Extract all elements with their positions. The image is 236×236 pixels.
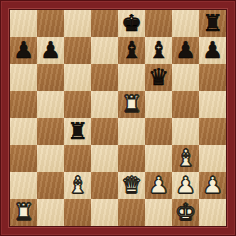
square-e8[interactable]: ♚ bbox=[118, 10, 145, 37]
square-h1[interactable] bbox=[199, 199, 226, 226]
square-c7[interactable] bbox=[64, 37, 91, 64]
white-bishop-piece: ♝ bbox=[67, 172, 88, 199]
square-f1[interactable] bbox=[145, 199, 172, 226]
white-queen-piece: ♛ bbox=[121, 172, 142, 199]
white-pawn-piece: ♟ bbox=[175, 172, 196, 199]
square-g1[interactable]: ♚ bbox=[172, 199, 199, 226]
square-b1[interactable] bbox=[37, 199, 64, 226]
square-a3[interactable] bbox=[10, 145, 37, 172]
square-b4[interactable] bbox=[37, 118, 64, 145]
square-d3[interactable] bbox=[91, 145, 118, 172]
square-e2[interactable]: ♛ bbox=[118, 172, 145, 199]
square-b6[interactable] bbox=[37, 64, 64, 91]
square-d2[interactable] bbox=[91, 172, 118, 199]
square-h2[interactable]: ♟ bbox=[199, 172, 226, 199]
square-f5[interactable] bbox=[145, 91, 172, 118]
white-king-piece: ♚ bbox=[175, 199, 196, 226]
square-f2[interactable]: ♟ bbox=[145, 172, 172, 199]
square-a7[interactable]: ♟ bbox=[10, 37, 37, 64]
square-h4[interactable] bbox=[199, 118, 226, 145]
square-g3[interactable]: ♝ bbox=[172, 145, 199, 172]
square-d8[interactable] bbox=[91, 10, 118, 37]
square-e5[interactable]: ♜ bbox=[118, 91, 145, 118]
square-a8[interactable] bbox=[10, 10, 37, 37]
square-h8[interactable]: ♜ bbox=[199, 10, 226, 37]
square-e3[interactable] bbox=[118, 145, 145, 172]
black-bishop-piece: ♝ bbox=[121, 37, 142, 64]
white-rook-piece: ♜ bbox=[13, 199, 34, 226]
square-e1[interactable] bbox=[118, 199, 145, 226]
square-f8[interactable] bbox=[145, 10, 172, 37]
square-h5[interactable] bbox=[199, 91, 226, 118]
chess-board: ♚♜♟♟♝♝♟♟♛♜♜♝♝♛♟♟♟♜♚ bbox=[10, 10, 226, 226]
square-c1[interactable] bbox=[64, 199, 91, 226]
square-f3[interactable] bbox=[145, 145, 172, 172]
square-a2[interactable] bbox=[10, 172, 37, 199]
square-g8[interactable] bbox=[172, 10, 199, 37]
white-rook-piece: ♜ bbox=[121, 91, 142, 118]
square-c3[interactable] bbox=[64, 145, 91, 172]
black-queen-piece: ♛ bbox=[148, 64, 169, 91]
square-a5[interactable] bbox=[10, 91, 37, 118]
black-pawn-piece: ♟ bbox=[202, 37, 223, 64]
black-rook-piece: ♜ bbox=[67, 118, 88, 145]
square-c2[interactable]: ♝ bbox=[64, 172, 91, 199]
square-g4[interactable] bbox=[172, 118, 199, 145]
square-d4[interactable] bbox=[91, 118, 118, 145]
square-b7[interactable]: ♟ bbox=[37, 37, 64, 64]
square-f7[interactable]: ♝ bbox=[145, 37, 172, 64]
black-rook-piece: ♜ bbox=[202, 10, 223, 37]
square-b2[interactable] bbox=[37, 172, 64, 199]
square-h6[interactable] bbox=[199, 64, 226, 91]
black-pawn-piece: ♟ bbox=[175, 37, 196, 64]
square-f6[interactable]: ♛ bbox=[145, 64, 172, 91]
square-c6[interactable] bbox=[64, 64, 91, 91]
square-b8[interactable] bbox=[37, 10, 64, 37]
square-b5[interactable] bbox=[37, 91, 64, 118]
square-d5[interactable] bbox=[91, 91, 118, 118]
square-b3[interactable] bbox=[37, 145, 64, 172]
square-c5[interactable] bbox=[64, 91, 91, 118]
black-pawn-piece: ♟ bbox=[13, 37, 34, 64]
square-c8[interactable] bbox=[64, 10, 91, 37]
square-h3[interactable] bbox=[199, 145, 226, 172]
square-a6[interactable] bbox=[10, 64, 37, 91]
white-bishop-piece: ♝ bbox=[175, 145, 196, 172]
square-h7[interactable]: ♟ bbox=[199, 37, 226, 64]
square-g6[interactable] bbox=[172, 64, 199, 91]
square-c4[interactable]: ♜ bbox=[64, 118, 91, 145]
square-a1[interactable]: ♜ bbox=[10, 199, 37, 226]
square-d6[interactable] bbox=[91, 64, 118, 91]
square-g5[interactable] bbox=[172, 91, 199, 118]
black-bishop-piece: ♝ bbox=[148, 37, 169, 64]
square-f4[interactable] bbox=[145, 118, 172, 145]
square-d1[interactable] bbox=[91, 199, 118, 226]
black-king-piece: ♚ bbox=[121, 10, 142, 37]
white-pawn-piece: ♟ bbox=[148, 172, 169, 199]
square-d7[interactable] bbox=[91, 37, 118, 64]
square-g7[interactable]: ♟ bbox=[172, 37, 199, 64]
square-g2[interactable]: ♟ bbox=[172, 172, 199, 199]
square-e7[interactable]: ♝ bbox=[118, 37, 145, 64]
square-e6[interactable] bbox=[118, 64, 145, 91]
square-e4[interactable] bbox=[118, 118, 145, 145]
square-a4[interactable] bbox=[10, 118, 37, 145]
board-frame: ♚♜♟♟♝♝♟♟♛♜♜♝♝♛♟♟♟♜♚ bbox=[0, 0, 236, 236]
white-pawn-piece: ♟ bbox=[202, 172, 223, 199]
black-pawn-piece: ♟ bbox=[40, 37, 61, 64]
